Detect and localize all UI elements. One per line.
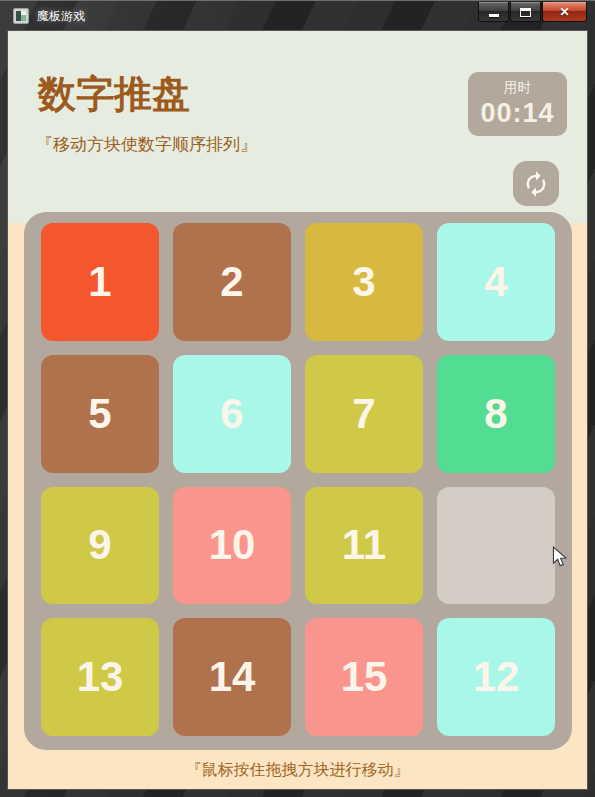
maximize-button[interactable]	[510, 2, 541, 22]
tile-13[interactable]: 13	[41, 618, 159, 736]
tile-1[interactable]: 1	[41, 223, 159, 341]
timer-label: 用时	[468, 79, 567, 97]
tile-4[interactable]: 4	[437, 223, 555, 341]
close-button[interactable]: ✕	[542, 2, 587, 22]
page-title: 数字推盘	[38, 69, 190, 120]
minimize-icon	[489, 14, 499, 17]
tile-11[interactable]: 11	[305, 487, 423, 605]
app-window: 魔板游戏 ✕ 数字推盘 『移动方块使数字顺序排列』 用时 00:14 1234	[0, 0, 595, 797]
tile-15[interactable]: 15	[305, 618, 423, 736]
timer-box: 用时 00:14	[468, 72, 567, 136]
tile-7[interactable]: 7	[305, 355, 423, 473]
timer-value: 00:14	[468, 98, 567, 129]
app-icon-right	[21, 11, 26, 21]
tile-14[interactable]: 14	[173, 618, 291, 736]
title-bar[interactable]: 魔板游戏 ✕	[0, 1, 595, 31]
hint-text: 『鼠标按住拖拽方块进行移动』	[8, 760, 587, 781]
refresh-icon	[522, 170, 550, 198]
tile-12[interactable]: 12	[437, 618, 555, 736]
tile-2[interactable]: 2	[173, 223, 291, 341]
tile-6[interactable]: 6	[173, 355, 291, 473]
board: 123456789101113141512	[24, 212, 572, 750]
tile-3[interactable]: 3	[305, 223, 423, 341]
tile-10[interactable]: 10	[173, 487, 291, 605]
empty-cell	[437, 487, 555, 605]
tile-5[interactable]: 5	[41, 355, 159, 473]
game-content: 数字推盘 『移动方块使数字顺序排列』 用时 00:14 123456789101…	[8, 31, 587, 789]
tile-8[interactable]: 8	[437, 355, 555, 473]
page-subtitle: 『移动方块使数字顺序排列』	[36, 133, 257, 156]
app-icon	[13, 8, 29, 24]
maximize-icon	[520, 8, 531, 17]
close-icon: ✕	[543, 5, 586, 19]
tile-9[interactable]: 9	[41, 487, 159, 605]
restart-button[interactable]	[513, 161, 559, 206]
window-controls: ✕	[478, 2, 587, 22]
minimize-button[interactable]	[478, 2, 509, 22]
window-title: 魔板游戏	[37, 8, 85, 25]
